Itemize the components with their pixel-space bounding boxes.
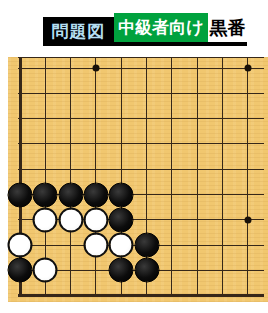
white-stone [83,233,108,258]
white-stone [33,258,58,283]
grid-line [18,118,264,119]
black-stone [134,233,159,258]
white-stone [109,233,134,258]
grid-line [18,68,264,69]
white-stone [83,207,108,232]
difficulty-badge: 中級者向け [114,13,208,42]
white-stone [33,207,58,232]
grid-line [18,57,264,58]
star-point [244,216,251,223]
black-stone [109,182,134,207]
go-board[interactable] [8,57,268,302]
black-stone [83,182,108,207]
star-point [244,65,251,72]
grid-line [18,169,264,170]
turn-indicator-label: 黒番 [208,13,247,42]
black-stone [109,258,134,283]
grid-line [18,294,264,297]
black-stone [33,182,58,207]
black-stone [134,258,159,283]
grid-line [18,143,264,144]
black-stone [109,207,134,232]
black-stone [58,182,83,207]
problem-header: 問題図 中級者向け 黒番 [43,13,247,46]
star-point [92,65,99,72]
white-stone [58,207,83,232]
white-stone [8,233,33,258]
grid-line [18,93,264,94]
black-stone [8,182,33,207]
black-stone [8,258,33,283]
problem-title-label: 問題図 [43,17,114,46]
